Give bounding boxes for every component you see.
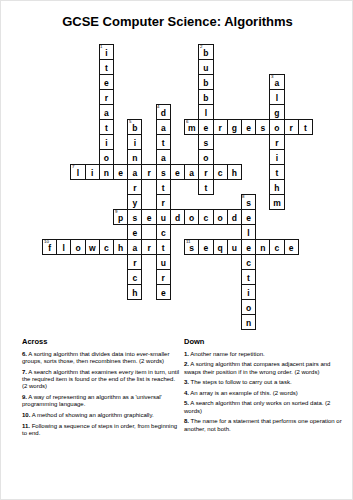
cell-letter: q — [218, 243, 223, 252]
across-heading: Across — [22, 337, 180, 346]
grid-cell: e — [241, 239, 256, 255]
grid-cell: t — [99, 59, 114, 75]
cell-letter: p — [118, 213, 123, 222]
grid-cell: t — [156, 179, 171, 195]
grid-cell: u — [156, 209, 171, 225]
cell-letter: t — [276, 168, 279, 177]
clue-item-across-10: 10. A method of showing an algorithm gra… — [22, 412, 180, 419]
clue-text: A sorting algorithm that compares adjace… — [184, 361, 330, 374]
cell-letter: c — [246, 258, 251, 267]
grid-cell: m6 — [184, 119, 199, 135]
page-title: GCSE Computer Science: Algorithms — [1, 14, 353, 29]
grid-cell: a — [127, 239, 142, 255]
cell-number: 4 — [157, 105, 159, 109]
cell-letter: a — [132, 168, 137, 177]
cell-letter: e — [161, 288, 166, 297]
cell-letter: t — [204, 183, 207, 192]
grid-cell: s — [156, 164, 171, 180]
clue-text: A sorting algorithm that divides data in… — [22, 351, 169, 364]
cell-letter: i — [276, 153, 278, 162]
cell-letter: s — [204, 138, 209, 147]
cell-letter: l — [63, 243, 65, 252]
grid-cell: l — [56, 239, 71, 255]
grid-cell: t — [198, 179, 213, 195]
cell-letter: e — [204, 123, 209, 132]
grid-cell: y — [127, 194, 142, 210]
grid-cell: e — [141, 209, 156, 225]
grid-cell: c — [213, 164, 228, 180]
cell-letter: i — [247, 288, 249, 297]
grid-cell: o — [184, 209, 199, 225]
clue-item-down-2: 2. A sorting algorithm that compares adj… — [184, 361, 342, 376]
cell-letter: a — [275, 78, 280, 87]
cell-letter: n — [104, 168, 109, 177]
grid-cell: e — [241, 209, 256, 225]
clue-text: A search algorithm that examines every i… — [22, 369, 179, 390]
cell-letter: r — [133, 258, 136, 267]
grid-cell: e — [198, 119, 213, 135]
across-clue-list: 6. A sorting algorithm that divides data… — [22, 351, 180, 438]
grid-cell: h — [127, 284, 142, 300]
cell-letter: w — [89, 243, 96, 252]
cell-letter: o — [189, 213, 194, 222]
clue-text: Another name for repetition. — [189, 351, 265, 357]
cell-number: 6 — [186, 120, 188, 124]
grid-cell: s8 — [241, 194, 256, 210]
grid-cell: s11 — [184, 239, 199, 255]
grid-cell: o — [70, 239, 85, 255]
cell-letter: e — [175, 168, 180, 177]
grid-cell: d4 — [156, 104, 171, 120]
down-heading: Down — [184, 337, 342, 346]
cell-letter: d — [175, 213, 180, 222]
grid-cell: h — [227, 164, 242, 180]
grid-cell: r — [156, 269, 171, 285]
grid-cell: c — [269, 239, 284, 255]
grid-cell: b — [198, 89, 213, 105]
cell-letter: h — [274, 183, 279, 192]
cell-letter: s — [260, 123, 265, 132]
cell-letter: h — [118, 243, 123, 252]
grid-cell: q — [213, 239, 228, 255]
cell-number: 3 — [271, 75, 273, 79]
cell-letter: r — [133, 183, 136, 192]
cell-letter: m — [188, 123, 196, 132]
cell-letter: l — [247, 228, 249, 237]
cell-letter: d — [232, 213, 237, 222]
grid-cell: e — [113, 164, 128, 180]
grid-cell: t — [241, 269, 256, 285]
grid-cell: o — [198, 149, 213, 165]
clue-text: A way of representing an algorithm as a … — [22, 394, 162, 407]
cell-number: 7 — [72, 165, 74, 169]
clue-number: 11. — [22, 423, 30, 429]
cell-letter: u — [161, 258, 166, 267]
down-clue-list: 1. Another name for repetition.2. A sort… — [184, 351, 342, 434]
grid-cell: i — [269, 149, 284, 165]
cell-letter: o — [104, 153, 109, 162]
cell-letter: b — [203, 93, 208, 102]
cell-letter: c — [161, 228, 166, 237]
grid-cell: l7 — [70, 164, 85, 180]
grid-cell: d — [170, 209, 185, 225]
cell-number: 1 — [100, 45, 102, 49]
cell-letter: u — [232, 243, 237, 252]
cell-letter: h — [232, 168, 237, 177]
clue-text: The name for a statement that performs o… — [184, 418, 342, 431]
cell-letter: s — [189, 243, 194, 252]
grid-cell: r — [213, 119, 228, 135]
cell-letter: a — [104, 108, 109, 117]
grid-cell: m — [269, 194, 284, 210]
clue-item-across-7: 7. A search algorithm that examines ever… — [22, 369, 180, 391]
grid-cell: c — [198, 209, 213, 225]
cell-letter: l — [205, 108, 207, 117]
cell-letter: n — [260, 243, 265, 252]
cell-letter: a — [161, 123, 166, 132]
clue-item-down-5: 5. A search algorithm that only works on… — [184, 400, 342, 415]
cell-letter: g — [274, 108, 279, 117]
cell-letter: c — [275, 243, 280, 252]
cell-letter: t — [162, 243, 165, 252]
cell-letter: b — [203, 78, 208, 87]
cell-letter: i — [105, 138, 107, 147]
clue-text: A method of showing an algorithm graphic… — [30, 412, 153, 418]
cell-number: 9 — [115, 210, 117, 214]
grid-cell: g — [269, 104, 284, 120]
clue-item-across-11: 11. Following a sequence of steps in ord… — [22, 423, 180, 438]
grid-cell: e — [284, 239, 299, 255]
cell-letter: t — [105, 123, 108, 132]
cell-letter: t — [105, 63, 108, 72]
cell-letter: o — [75, 243, 80, 252]
grid-cell: u — [227, 239, 242, 255]
cell-letter: r — [162, 273, 165, 282]
clue-text: Following a sequence of steps in order, … — [22, 423, 177, 436]
grid-cell: i — [127, 134, 142, 150]
worksheet-page: GCSE Computer Science: Algorithms i1b2tu… — [0, 0, 353, 500]
grid-cell: o — [241, 299, 256, 315]
cell-letter: b — [203, 48, 208, 57]
cell-letter: y — [132, 198, 137, 207]
grid-cell: o — [213, 209, 228, 225]
cell-letter: t — [162, 183, 165, 192]
cell-number: 5 — [129, 120, 131, 124]
grid-cell: s — [255, 119, 270, 135]
cell-letter: i — [105, 48, 107, 57]
cell-letter: e — [246, 123, 251, 132]
cell-number: 11 — [186, 240, 191, 244]
cell-letter: d — [161, 108, 166, 117]
crossword-grid: i1b2tueba3rblad4lgtb5am6ergesortiitsrona… — [42, 44, 314, 331]
cell-letter: r — [147, 168, 150, 177]
grid-cell: r — [141, 239, 156, 255]
cell-letter: l — [77, 168, 79, 177]
cell-letter: r — [105, 93, 108, 102]
cell-letter: i — [134, 138, 136, 147]
grid-cell: l — [241, 224, 256, 240]
cell-letter: c — [132, 273, 137, 282]
grid-cell: w — [85, 239, 100, 255]
grid-cell: r — [269, 134, 284, 150]
cell-letter: c — [204, 213, 209, 222]
cell-number: 2 — [200, 45, 202, 49]
grid-cell: s — [127, 209, 142, 225]
cell-letter: e — [246, 243, 251, 252]
grid-cell: n — [241, 314, 256, 330]
grid-cell: h — [269, 179, 284, 195]
across-clues: Across 6. A sorting algorithm that divid… — [22, 337, 180, 441]
grid-cell: e — [170, 164, 185, 180]
grid-cell: e — [99, 74, 114, 90]
grid-cell: r — [141, 164, 156, 180]
grid-cell: a — [127, 164, 142, 180]
cell-letter: t — [304, 123, 307, 132]
grid-cell: e — [198, 239, 213, 255]
clue-item-down-1: 1. Another name for repetition. — [184, 351, 342, 358]
grid-cell: f10 — [42, 239, 57, 255]
grid-cell: s — [198, 134, 213, 150]
grid-cell: n — [127, 149, 142, 165]
grid-cell: o — [99, 149, 114, 165]
cell-letter: e — [147, 213, 152, 222]
cell-letter: r — [290, 123, 293, 132]
grid-cell: e — [241, 119, 256, 135]
grid-cell: i — [85, 164, 100, 180]
cell-number: 8 — [242, 195, 244, 199]
grid-cell: h — [113, 239, 128, 255]
grid-cell: r — [127, 179, 142, 195]
cell-letter: f — [48, 243, 51, 252]
grid-cell: t — [156, 134, 171, 150]
cell-letter: r — [162, 198, 165, 207]
cell-letter: t — [247, 273, 250, 282]
grid-cell: n — [99, 164, 114, 180]
clue-item-down-4: 4. An array is an example of this. (2 wo… — [184, 390, 342, 397]
grid-cell: b2 — [198, 44, 213, 60]
grid-cell: i — [241, 284, 256, 300]
grid-cell: c — [241, 254, 256, 270]
grid-cell: i — [99, 134, 114, 150]
cell-letter: o — [203, 153, 208, 162]
grid-cell: d — [227, 209, 242, 225]
grid-cell: c — [156, 224, 171, 240]
cell-letter: l — [276, 93, 278, 102]
grid-cell: a — [156, 119, 171, 135]
clue-item-down-8: 8. The name for a statement that perform… — [184, 418, 342, 433]
cell-letter: u — [161, 213, 166, 222]
grid-cell: c — [99, 239, 114, 255]
cell-letter: r — [147, 243, 150, 252]
grid-cell: g — [227, 119, 242, 135]
grid-cell: l — [269, 89, 284, 105]
cell-letter: o — [218, 213, 223, 222]
grid-cell: r — [198, 164, 213, 180]
cell-letter: e — [289, 243, 294, 252]
cell-letter: r — [204, 168, 207, 177]
grid-cell: i1 — [99, 44, 114, 60]
cell-letter: a — [161, 153, 166, 162]
cell-letter: r — [218, 123, 221, 132]
clue-item-across-9: 9. A way of representing an algorithm as… — [22, 394, 180, 409]
cell-letter: c — [104, 243, 109, 252]
grid-cell: u — [198, 59, 213, 75]
grid-cell: t — [99, 119, 114, 135]
grid-cell: a — [156, 149, 171, 165]
cell-letter: o — [274, 123, 279, 132]
grid-cell: e — [156, 284, 171, 300]
cell-letter: h — [132, 288, 137, 297]
grid-cell: r — [284, 119, 299, 135]
cell-letter: m — [273, 198, 281, 207]
down-clues: Down 1. Another name for repetition.2. A… — [184, 337, 342, 436]
cell-letter: n — [132, 153, 137, 162]
grid-cell: r — [127, 254, 142, 270]
cell-letter: i — [91, 168, 93, 177]
cell-letter: e — [204, 243, 209, 252]
cell-letter: c — [218, 168, 223, 177]
grid-cell: c — [127, 269, 142, 285]
grid-cell: e — [127, 224, 142, 240]
grid-cell: t — [269, 164, 284, 180]
clue-text: An array is an example of this. (2 words… — [189, 390, 298, 396]
cell-letter: e — [104, 78, 109, 87]
cell-letter: s — [161, 168, 166, 177]
grid-cell: a3 — [269, 74, 284, 90]
cell-letter: n — [246, 318, 251, 327]
cell-letter: s — [132, 213, 137, 222]
grid-cell: r — [99, 89, 114, 105]
clue-item-down-3: 3. The steps to follow to carry out a ta… — [184, 379, 342, 386]
cell-letter: u — [203, 63, 208, 72]
clue-item-across-6: 6. A sorting algorithm that divides data… — [22, 351, 180, 366]
cell-letter: t — [162, 138, 165, 147]
cell-number: 10 — [44, 240, 49, 244]
grid-cell: l — [198, 104, 213, 120]
cell-letter: a — [189, 168, 194, 177]
grid-cell: b5 — [127, 119, 142, 135]
cell-letter: a — [132, 243, 137, 252]
clue-text: The steps to follow to carry out a task. — [189, 379, 292, 385]
cell-letter: g — [232, 123, 237, 132]
cell-letter: e — [118, 168, 123, 177]
cell-letter: e — [132, 228, 137, 237]
grid-cell: n — [255, 239, 270, 255]
grid-cell: t — [156, 239, 171, 255]
cell-letter: o — [246, 303, 251, 312]
grid-cell: a — [184, 164, 199, 180]
cell-letter: b — [132, 123, 137, 132]
grid-cell: a — [99, 104, 114, 120]
cell-letter: r — [275, 138, 278, 147]
clue-text: A search algorithm that only works on so… — [184, 400, 330, 413]
cell-letter: e — [246, 213, 251, 222]
grid-cell: u — [156, 254, 171, 270]
grid-cell: t — [298, 119, 313, 135]
grid-cell: b — [198, 74, 213, 90]
grid-cell: p9 — [113, 209, 128, 225]
grid-cell: r — [156, 194, 171, 210]
cell-letter: s — [246, 198, 251, 207]
grid-cell: o — [269, 119, 284, 135]
